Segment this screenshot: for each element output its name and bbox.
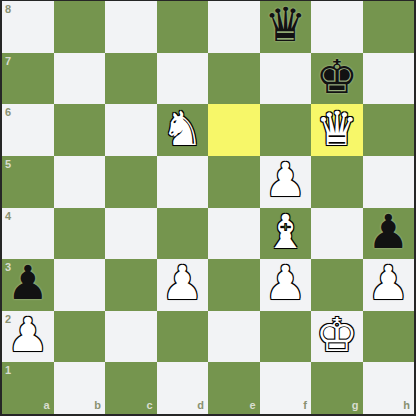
black-queen[interactable]: ♛ (264, 1, 306, 48)
square-f8[interactable]: ♛ (260, 1, 312, 53)
file-label-f: f (303, 400, 307, 411)
square-e4[interactable] (208, 208, 260, 260)
square-g8[interactable] (311, 1, 363, 53)
white-pawn[interactable]: ♟ (161, 259, 203, 306)
square-f4[interactable]: ♝ (260, 208, 312, 260)
square-b5[interactable] (54, 156, 106, 208)
square-a5[interactable]: 5 (2, 156, 54, 208)
square-a7[interactable]: 7 (2, 53, 54, 105)
square-h8[interactable] (363, 1, 415, 53)
square-g6[interactable]: ♛ (311, 104, 363, 156)
square-g2[interactable]: ♚ (311, 311, 363, 363)
square-h6[interactable] (363, 104, 415, 156)
square-c4[interactable] (105, 208, 157, 260)
square-c6[interactable] (105, 104, 157, 156)
square-b6[interactable] (54, 104, 106, 156)
square-d1[interactable]: d (157, 362, 209, 414)
file-label-d: d (197, 400, 204, 411)
file-label-e: e (249, 400, 255, 411)
square-a1[interactable]: 1a (2, 362, 54, 414)
white-pawn[interactable]: ♟ (264, 259, 306, 306)
square-g5[interactable] (311, 156, 363, 208)
white-queen[interactable]: ♛ (316, 105, 358, 152)
square-c2[interactable] (105, 311, 157, 363)
square-f3[interactable]: ♟ (260, 259, 312, 311)
square-b8[interactable] (54, 1, 106, 53)
rank-label-5: 5 (5, 159, 11, 170)
square-a4[interactable]: 4 (2, 208, 54, 260)
square-c5[interactable] (105, 156, 157, 208)
black-pawn[interactable]: ♟ (7, 259, 49, 306)
square-b2[interactable] (54, 311, 106, 363)
square-d7[interactable] (157, 53, 209, 105)
square-b4[interactable] (54, 208, 106, 260)
white-knight[interactable]: ♞ (161, 105, 203, 152)
chess-board: 8♛7♚6♞♛5♟4♝♟3♟♟♟♟2♟♚1abcdefgh (2, 1, 414, 414)
file-label-c: c (146, 400, 152, 411)
square-c8[interactable] (105, 1, 157, 53)
square-d3[interactable]: ♟ (157, 259, 209, 311)
square-d2[interactable] (157, 311, 209, 363)
square-d5[interactable] (157, 156, 209, 208)
square-h4[interactable]: ♟ (363, 208, 415, 260)
square-h1[interactable]: h (363, 362, 415, 414)
white-bishop[interactable]: ♝ (264, 208, 306, 255)
square-f1[interactable]: f (260, 362, 312, 414)
square-b1[interactable]: b (54, 362, 106, 414)
square-e7[interactable] (208, 53, 260, 105)
rank-label-7: 7 (5, 56, 11, 67)
file-label-g: g (352, 400, 359, 411)
square-g1[interactable]: g (311, 362, 363, 414)
rank-label-1: 1 (5, 365, 11, 376)
square-b7[interactable] (54, 53, 106, 105)
file-label-h: h (403, 400, 410, 411)
rank-label-4: 4 (5, 211, 11, 222)
square-b3[interactable] (54, 259, 106, 311)
square-d4[interactable] (157, 208, 209, 260)
file-label-b: b (94, 400, 101, 411)
square-e1[interactable]: e (208, 362, 260, 414)
white-pawn[interactable]: ♟ (367, 259, 409, 306)
square-g3[interactable] (311, 259, 363, 311)
white-pawn[interactable]: ♟ (7, 311, 49, 358)
square-d8[interactable] (157, 1, 209, 53)
square-e6[interactable] (208, 104, 260, 156)
square-d6[interactable]: ♞ (157, 104, 209, 156)
window-background: 8♛7♚6♞♛5♟4♝♟3♟♟♟♟2♟♚1abcdefgh (0, 0, 416, 416)
square-f6[interactable] (260, 104, 312, 156)
square-e3[interactable] (208, 259, 260, 311)
square-a2[interactable]: 2♟ (2, 311, 54, 363)
square-e5[interactable] (208, 156, 260, 208)
square-e2[interactable] (208, 311, 260, 363)
square-h7[interactable] (363, 53, 415, 105)
square-f5[interactable]: ♟ (260, 156, 312, 208)
square-c1[interactable]: c (105, 362, 157, 414)
square-e8[interactable] (208, 1, 260, 53)
black-pawn[interactable]: ♟ (367, 208, 409, 255)
white-king[interactable]: ♚ (316, 311, 358, 358)
square-f7[interactable] (260, 53, 312, 105)
square-h2[interactable] (363, 311, 415, 363)
rank-label-8: 8 (5, 4, 11, 15)
rank-label-6: 6 (5, 107, 11, 118)
square-h3[interactable]: ♟ (363, 259, 415, 311)
file-label-a: a (43, 400, 49, 411)
square-a6[interactable]: 6 (2, 104, 54, 156)
white-pawn[interactable]: ♟ (264, 156, 306, 203)
square-a8[interactable]: 8 (2, 1, 54, 53)
square-c3[interactable] (105, 259, 157, 311)
square-a3[interactable]: 3♟ (2, 259, 54, 311)
square-c7[interactable] (105, 53, 157, 105)
black-king[interactable]: ♚ (316, 53, 358, 100)
square-g4[interactable] (311, 208, 363, 260)
square-g7[interactable]: ♚ (311, 53, 363, 105)
square-h5[interactable] (363, 156, 415, 208)
square-f2[interactable] (260, 311, 312, 363)
